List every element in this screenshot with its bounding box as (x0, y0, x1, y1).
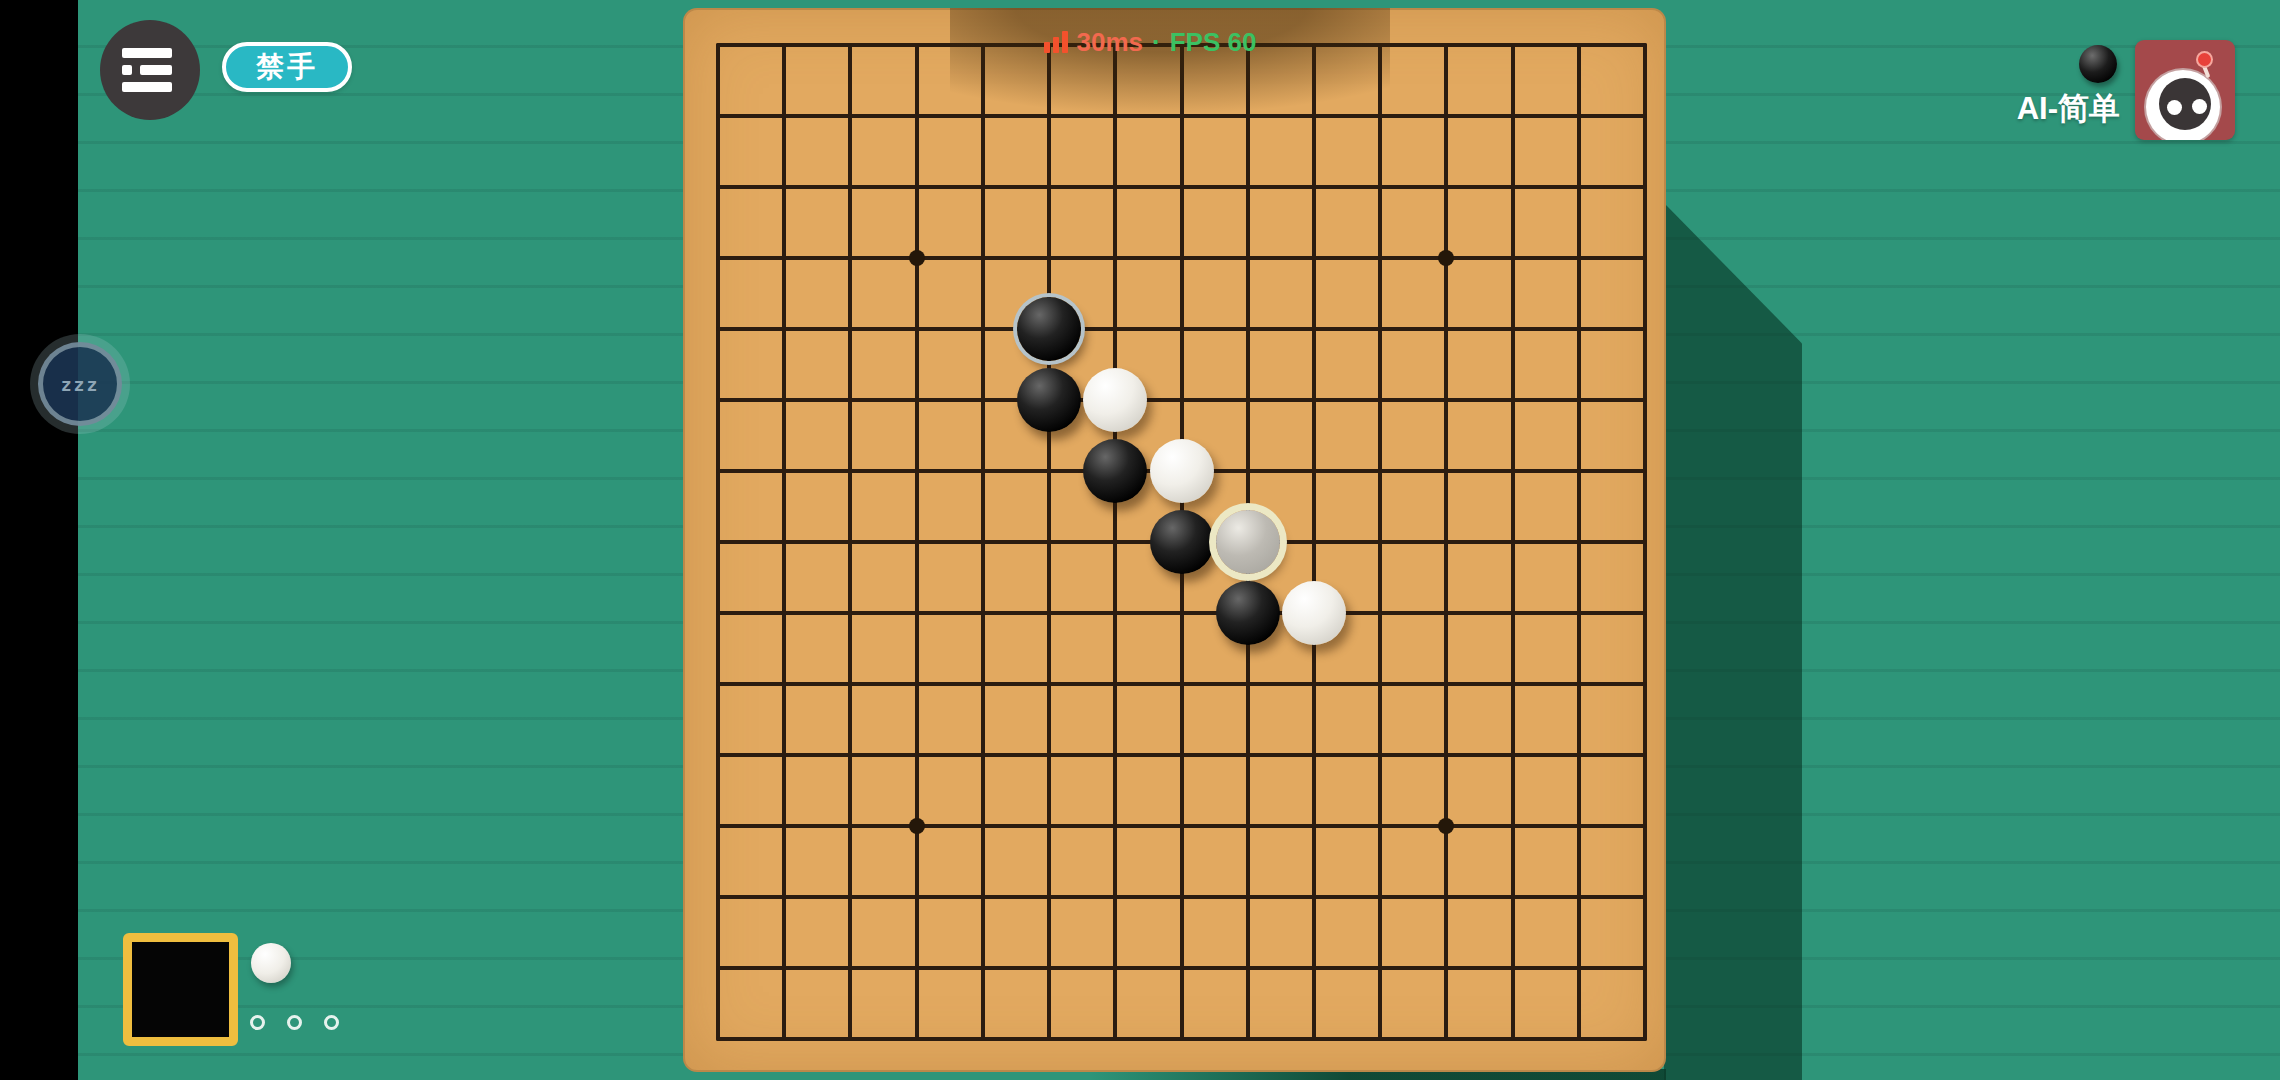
white-stone (1083, 368, 1147, 432)
grid-line-h (716, 1037, 1647, 1041)
grid-line-h (716, 398, 1647, 402)
star-point (909, 818, 925, 834)
tray-dot (250, 1015, 265, 1030)
star-point (1438, 818, 1454, 834)
grid-line-h (716, 611, 1647, 615)
grid-line-h (716, 114, 1647, 118)
grid-line-h (716, 185, 1647, 189)
black-stone (1150, 510, 1214, 574)
robot-eye-icon (2192, 99, 2207, 114)
tray-dots (250, 1015, 339, 1030)
grid-line-h (716, 753, 1647, 757)
grid-line-h (716, 682, 1647, 686)
grid-line-h (716, 824, 1647, 828)
ping-value: 30ms (1077, 27, 1144, 58)
tray-dot (324, 1015, 339, 1030)
tray-dot (287, 1015, 302, 1030)
forbidden-rule-button[interactable]: 禁手 (222, 42, 352, 92)
black-stone (1083, 439, 1147, 503)
black-stone (1216, 581, 1280, 645)
gomoku-game-screen: 30ms · FPS 60 禁手 zzz AI-简单 (0, 0, 2280, 1080)
white-stone (1216, 510, 1280, 574)
star-point (909, 250, 925, 266)
robot-antenna-icon (2196, 51, 2213, 68)
grid-line-h (716, 256, 1647, 260)
tray-white-stone (251, 943, 291, 983)
black-stone (1017, 368, 1081, 432)
grid-line-h (716, 895, 1647, 899)
menu-button[interactable] (100, 20, 200, 120)
stats-separator: · (1152, 27, 1161, 58)
black-stone (1017, 297, 1081, 361)
ping-bars-icon (1044, 31, 1068, 53)
opponent-name: AI-简单 (1930, 88, 2120, 130)
gomoku-board[interactable] (683, 8, 1666, 1072)
letterbox-bar (0, 0, 78, 1080)
grid-line-h (716, 327, 1647, 331)
fps-value: FPS 60 (1170, 27, 1257, 58)
sleep-text: zzz (61, 374, 100, 395)
opponent-black-stone-icon (2079, 45, 2117, 83)
menu-icon (122, 48, 172, 58)
grid-line-h (716, 966, 1647, 970)
robot-eye-icon (2167, 100, 2182, 115)
performance-stats: 30ms · FPS 60 (1020, 26, 1280, 58)
star-point (1438, 250, 1454, 266)
player-turn-indicator (123, 933, 238, 1046)
white-stone (1150, 439, 1214, 503)
white-stone (1282, 581, 1346, 645)
sleep-indicator[interactable]: zzz (30, 334, 130, 434)
opponent-avatar[interactable] (2135, 40, 2235, 140)
forbidden-rule-label: 禁手 (256, 48, 318, 86)
